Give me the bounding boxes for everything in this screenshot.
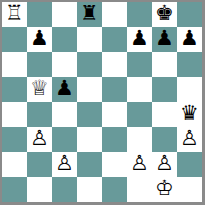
square-g1[interactable]: ♔ (152, 177, 177, 202)
square-e2[interactable] (102, 152, 127, 177)
square-c3[interactable] (52, 127, 77, 152)
square-a8[interactable]: ♖ (2, 2, 27, 27)
square-b5[interactable]: ♕ (27, 77, 52, 102)
piece-white-p-h3[interactable]: ♙ (180, 127, 199, 151)
square-c4[interactable] (52, 102, 77, 127)
chess-board-frame: ♖♜♚♟♟♟♟♕♟♛♙♙♙♙♙♔ (0, 0, 205, 205)
square-d7[interactable] (77, 27, 102, 52)
square-c7[interactable] (52, 27, 77, 52)
square-c2[interactable]: ♙ (52, 152, 77, 177)
square-e1[interactable] (102, 177, 127, 202)
square-c8[interactable] (52, 2, 77, 27)
piece-black-r-d8[interactable]: ♜ (80, 2, 99, 26)
piece-black-p-f7[interactable]: ♟ (130, 27, 149, 51)
square-a1[interactable] (2, 177, 27, 202)
square-a4[interactable] (2, 102, 27, 127)
square-h7[interactable]: ♟ (177, 27, 202, 52)
piece-black-p-h7[interactable]: ♟ (180, 27, 199, 51)
square-h2[interactable] (177, 152, 202, 177)
piece-white-p-g2[interactable]: ♙ (155, 152, 174, 176)
square-f6[interactable] (127, 52, 152, 77)
square-e4[interactable] (102, 102, 127, 127)
square-a5[interactable] (2, 77, 27, 102)
piece-black-q-h4[interactable]: ♛ (180, 102, 199, 126)
square-d1[interactable] (77, 177, 102, 202)
piece-black-p-b7[interactable]: ♟ (30, 27, 49, 51)
piece-black-k-g8[interactable]: ♚ (155, 2, 174, 26)
square-g6[interactable] (152, 52, 177, 77)
square-b8[interactable] (27, 2, 52, 27)
piece-white-p-c2[interactable]: ♙ (55, 152, 74, 176)
square-c1[interactable] (52, 177, 77, 202)
square-h4[interactable]: ♛ (177, 102, 202, 127)
square-e7[interactable] (102, 27, 127, 52)
square-d6[interactable] (77, 52, 102, 77)
square-b1[interactable] (27, 177, 52, 202)
piece-white-q-b5[interactable]: ♕ (30, 77, 49, 101)
square-f8[interactable] (127, 2, 152, 27)
square-h1[interactable] (177, 177, 202, 202)
square-b7[interactable]: ♟ (27, 27, 52, 52)
square-b2[interactable] (27, 152, 52, 177)
chess-board: ♖♜♚♟♟♟♟♕♟♛♙♙♙♙♙♔ (2, 2, 202, 202)
piece-white-p-b3[interactable]: ♙ (30, 127, 49, 151)
square-a3[interactable] (2, 127, 27, 152)
square-g3[interactable] (152, 127, 177, 152)
piece-black-p-c5[interactable]: ♟ (55, 77, 74, 101)
square-h3[interactable]: ♙ (177, 127, 202, 152)
square-d4[interactable] (77, 102, 102, 127)
piece-white-p-f2[interactable]: ♙ (130, 152, 149, 176)
square-a7[interactable] (2, 27, 27, 52)
square-d2[interactable] (77, 152, 102, 177)
square-e3[interactable] (102, 127, 127, 152)
square-f4[interactable] (127, 102, 152, 127)
square-b6[interactable] (27, 52, 52, 77)
square-g4[interactable] (152, 102, 177, 127)
square-f2[interactable]: ♙ (127, 152, 152, 177)
square-d3[interactable] (77, 127, 102, 152)
square-e6[interactable] (102, 52, 127, 77)
square-h5[interactable] (177, 77, 202, 102)
square-g7[interactable]: ♟ (152, 27, 177, 52)
square-c6[interactable] (52, 52, 77, 77)
square-e8[interactable] (102, 2, 127, 27)
square-e5[interactable] (102, 77, 127, 102)
piece-white-r-a8[interactable]: ♖ (5, 2, 24, 26)
square-b4[interactable] (27, 102, 52, 127)
square-g8[interactable]: ♚ (152, 2, 177, 27)
square-d8[interactable]: ♜ (77, 2, 102, 27)
piece-black-p-g7[interactable]: ♟ (155, 27, 174, 51)
square-d5[interactable] (77, 77, 102, 102)
square-f1[interactable] (127, 177, 152, 202)
piece-white-k-g1[interactable]: ♔ (155, 177, 174, 201)
square-f5[interactable] (127, 77, 152, 102)
square-c5[interactable]: ♟ (52, 77, 77, 102)
square-f3[interactable] (127, 127, 152, 152)
square-h6[interactable] (177, 52, 202, 77)
square-g2[interactable]: ♙ (152, 152, 177, 177)
square-g5[interactable] (152, 77, 177, 102)
square-h8[interactable] (177, 2, 202, 27)
square-f7[interactable]: ♟ (127, 27, 152, 52)
square-b3[interactable]: ♙ (27, 127, 52, 152)
square-a2[interactable] (2, 152, 27, 177)
square-a6[interactable] (2, 52, 27, 77)
